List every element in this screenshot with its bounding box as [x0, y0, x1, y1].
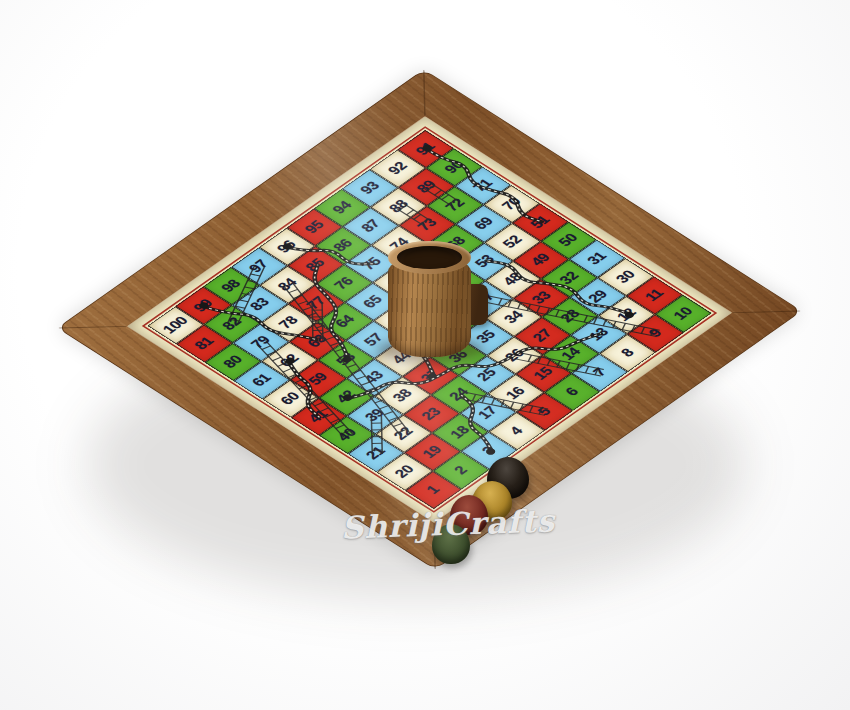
- cell-number: 7: [590, 366, 611, 380]
- cell-number: 6: [562, 385, 583, 399]
- cell-number: 14: [558, 345, 585, 363]
- cell-number: 34: [501, 309, 528, 327]
- cell-number: 91: [412, 140, 439, 158]
- cell-number: 64: [331, 312, 358, 330]
- cell-number: 60: [277, 390, 304, 408]
- cell-number: 19: [419, 443, 446, 461]
- cell-number: 98: [218, 277, 245, 295]
- cell-number: 99: [190, 297, 217, 315]
- cell-number: 62: [276, 352, 303, 370]
- cell-number: 71: [469, 177, 496, 195]
- cell-number: 75: [358, 255, 385, 273]
- cell-number: 85: [302, 256, 329, 274]
- cell-number: 3: [479, 444, 500, 458]
- cell-number: 32: [556, 269, 583, 287]
- cell-number: 79: [247, 333, 274, 351]
- cell-number: 77: [303, 294, 330, 312]
- cell-number: 40: [334, 426, 361, 444]
- cell-number: 12: [614, 306, 641, 324]
- cell-number: 83: [246, 295, 273, 313]
- cell-number: 63: [304, 332, 331, 350]
- cell-number: 23: [418, 405, 445, 423]
- cell-number: 97: [246, 257, 273, 275]
- cell-number: 13: [586, 326, 613, 344]
- cell-number: 41: [305, 408, 332, 426]
- cell-number: 76: [331, 275, 358, 293]
- cell-number: 61: [248, 371, 275, 389]
- cell-number: 49: [528, 251, 555, 269]
- cell-number: 43: [361, 369, 388, 387]
- cell-number: 58: [332, 350, 359, 368]
- cell-number: 22: [390, 425, 417, 443]
- cell-number: 89: [413, 178, 440, 196]
- cell-number: 73: [414, 216, 441, 234]
- cell-number: 2: [451, 464, 472, 478]
- cell-number: 33: [528, 289, 555, 307]
- cell-number: 88: [385, 197, 412, 215]
- cell-number: 70: [498, 195, 525, 213]
- cell-number: 72: [442, 196, 469, 214]
- cell-number: 86: [330, 237, 357, 255]
- cell-number: 96: [273, 238, 300, 256]
- cell-number: 30: [613, 268, 640, 286]
- cell-number: 20: [391, 463, 418, 481]
- cell-number: 37: [417, 367, 444, 385]
- cell-number: 29: [585, 288, 612, 306]
- cell-number: 11: [642, 287, 668, 305]
- cell-number: 24: [446, 386, 473, 404]
- cell-number: 27: [529, 327, 556, 345]
- cell-number: 51: [527, 213, 554, 231]
- cell-number: 21: [363, 444, 390, 462]
- cell-number: 17: [475, 404, 502, 422]
- cell-number: 65: [359, 293, 386, 311]
- cell-number: 18: [447, 424, 474, 442]
- cell-number: 52: [499, 233, 526, 251]
- cell-number: 38: [390, 387, 417, 405]
- cell-number: 53: [471, 252, 498, 270]
- cell-number: 1: [423, 483, 444, 497]
- cell-number: 9: [645, 327, 666, 341]
- cell-number: 42: [333, 388, 360, 406]
- dice-cup[interactable]: [388, 241, 471, 357]
- dice-cup-opening: [397, 246, 462, 269]
- cell-number: 39: [362, 407, 389, 425]
- cell-number: 90: [441, 158, 468, 176]
- cell-number: 15: [530, 365, 557, 383]
- cell-number: 92: [384, 160, 411, 178]
- cell-number: 81: [191, 335, 218, 353]
- cell-number: 28: [557, 307, 584, 325]
- cell-number: 82: [219, 315, 246, 333]
- cell-number: 31: [584, 250, 611, 268]
- photo-scene: 1009998979695949392918182838485868788899…: [0, 0, 850, 710]
- cell-number: 93: [357, 179, 384, 197]
- cell-number: 5: [534, 405, 555, 419]
- cell-number: 8: [617, 346, 638, 360]
- cell-number: 25: [474, 366, 501, 384]
- cell-number: 50: [555, 231, 582, 249]
- cell-number: 80: [219, 353, 246, 371]
- cell-number: 84: [274, 276, 301, 294]
- cell-number: 16: [502, 384, 529, 402]
- cell-number: 10: [670, 305, 697, 323]
- cell-number: 100: [159, 314, 192, 336]
- cell-number: 94: [329, 199, 356, 217]
- cell-number: 69: [470, 214, 497, 232]
- watermark: ShrijiCrafts: [340, 502, 555, 545]
- cell-number: 4: [506, 425, 527, 439]
- cell-number: 48: [500, 271, 527, 289]
- cell-number: 95: [301, 218, 328, 236]
- cell-number: 26: [502, 346, 529, 364]
- cell-number: 87: [358, 217, 385, 235]
- cell-number: 59: [305, 370, 332, 388]
- cell-number: 78: [275, 314, 302, 332]
